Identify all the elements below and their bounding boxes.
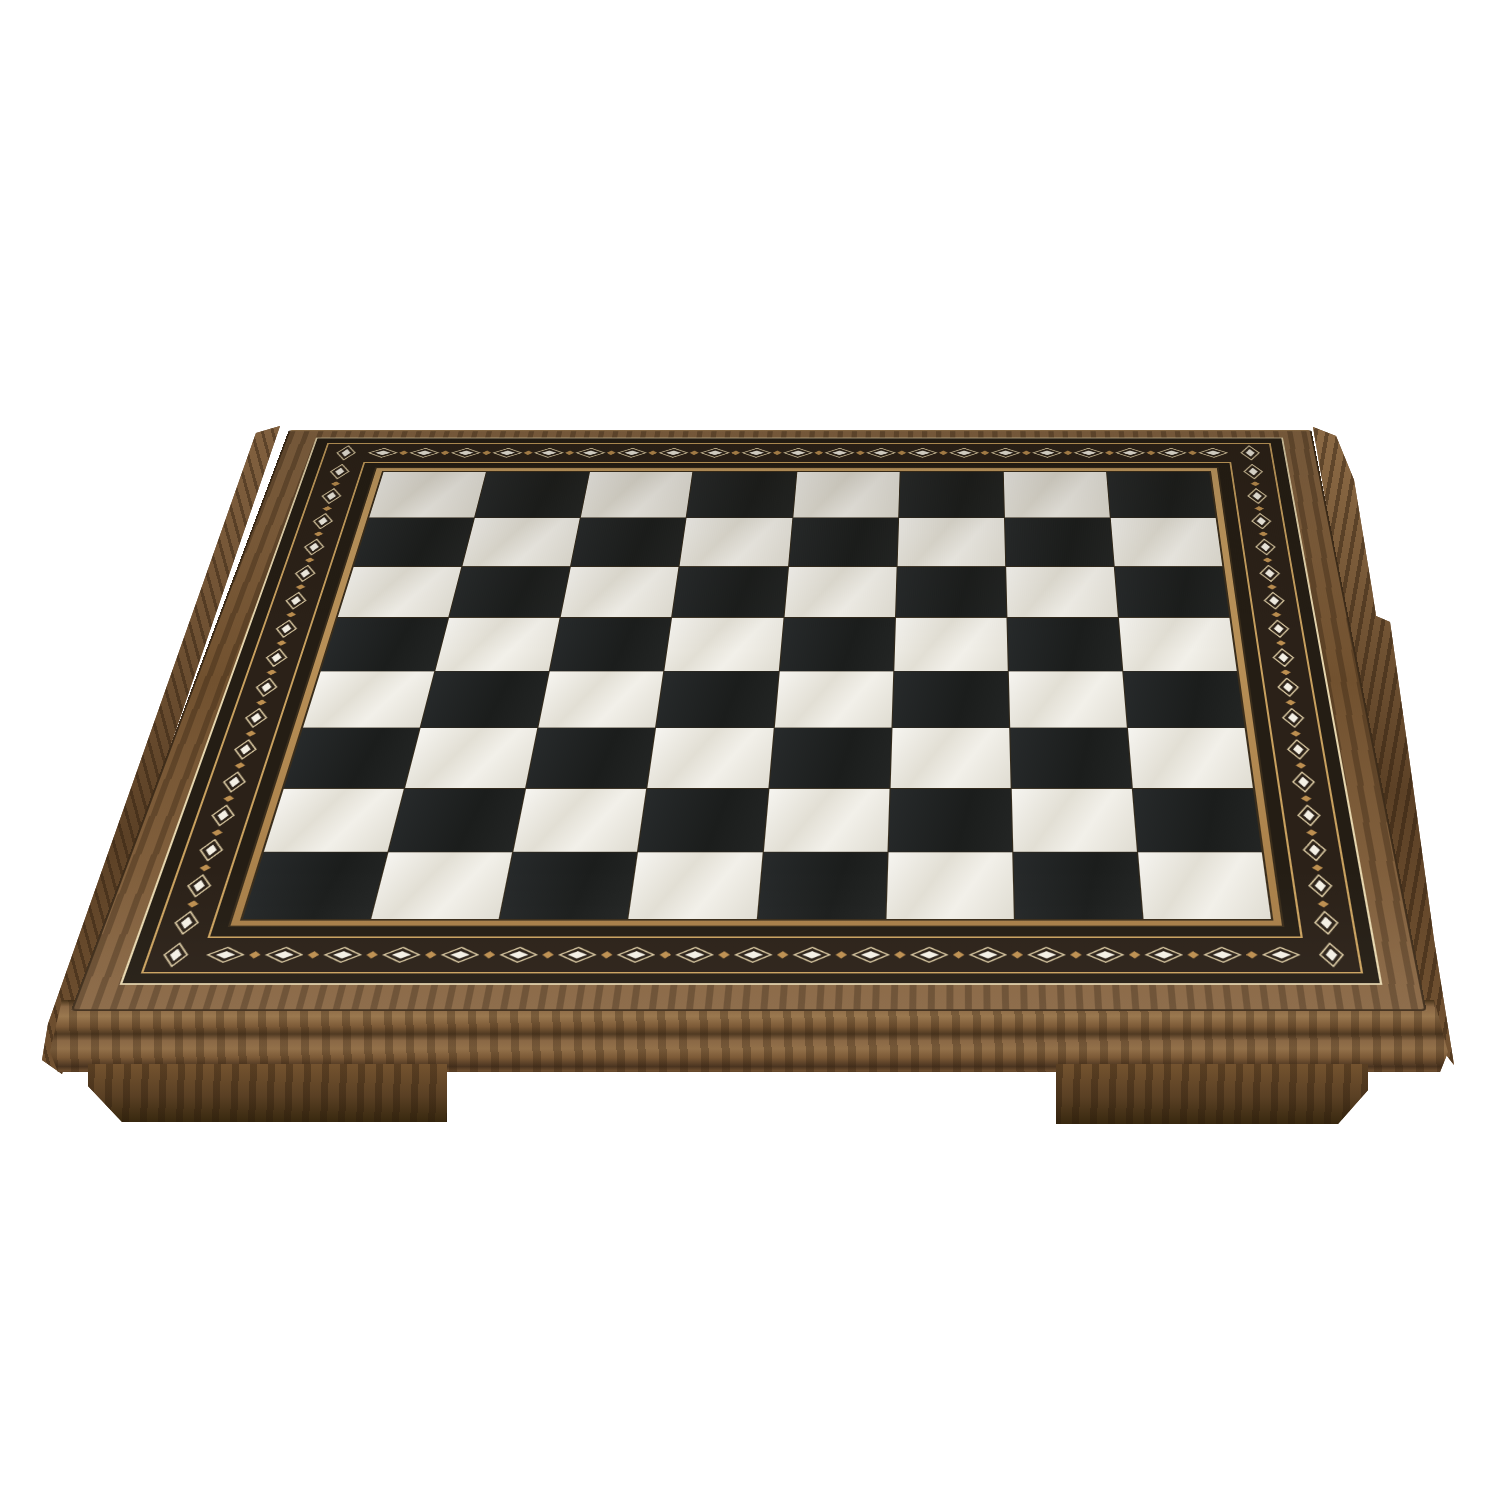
- inlay-spacer-diamond: [1246, 951, 1258, 958]
- inlay-spacer-diamond: [234, 762, 247, 768]
- square-e3: [769, 728, 891, 788]
- inlay-spacer-diamond: [199, 864, 212, 871]
- cream-pinstripe: [120, 438, 1383, 985]
- inlay-spacer-diamond: [440, 451, 450, 456]
- inlay-spacer-diamond: [1063, 451, 1072, 456]
- inlay-spacer-diamond: [307, 951, 320, 958]
- inlay-diamond-motif: [949, 448, 979, 458]
- inlay-diamond-motif: [262, 947, 305, 963]
- inlay-diamond-motif: [1267, 619, 1291, 638]
- inlay-spacer-diamond: [285, 612, 297, 617]
- square-a8: [369, 472, 486, 518]
- tan-field-frame: [231, 468, 1282, 925]
- square-c4: [539, 671, 664, 727]
- inlay-diamond-motif: [1261, 947, 1302, 963]
- inlay-diamond-motif: [1290, 771, 1317, 793]
- square-f2: [888, 788, 1012, 851]
- inlay-spacer-diamond: [424, 951, 437, 958]
- inlay-spacer-diamond: [1070, 951, 1082, 958]
- board-squares: [243, 472, 1271, 919]
- inlay-diamond-motif: [1115, 448, 1146, 458]
- square-h8: [1107, 472, 1216, 518]
- inlay-diamond-motif: [1197, 448, 1229, 458]
- square-b1: [371, 852, 512, 919]
- inlay-spacer-diamond: [211, 829, 224, 836]
- inlay-diamond-motif: [327, 464, 352, 480]
- inlay-spacer-diamond: [1188, 451, 1197, 456]
- square-c2: [514, 788, 647, 851]
- inlay-spacer-diamond: [1290, 730, 1301, 736]
- square-d2: [638, 788, 767, 851]
- square-h4: [1123, 671, 1244, 727]
- square-g8: [1004, 472, 1110, 518]
- square-g5: [1007, 618, 1122, 671]
- inlay-spacer-diamond: [835, 951, 847, 958]
- inlay-diamond-motif: [183, 874, 215, 898]
- square-g3: [1010, 728, 1132, 788]
- inlay-spacer-diamond: [1129, 951, 1141, 958]
- inlay-spacer-diamond: [1311, 864, 1323, 871]
- inlay-spacer-diamond: [222, 795, 235, 801]
- square-e7: [789, 518, 898, 566]
- inlay-spacer-diamond: [648, 451, 658, 456]
- inlay-spacer-diamond: [1022, 451, 1031, 456]
- dark-hairline-outer: [228, 467, 1285, 927]
- inlay-diamond-motif: [1027, 947, 1066, 963]
- inlay-diamond-motif: [533, 448, 565, 458]
- square-c1: [500, 852, 637, 919]
- inlay-diamond-motif: [1144, 947, 1184, 963]
- square-g1: [1013, 852, 1142, 919]
- inlay-diamond-motif: [990, 448, 1020, 458]
- inlay-diamond-motif: [574, 448, 606, 458]
- inlay-diamond-motif: [170, 911, 203, 935]
- inlay-diamond-motif: [1202, 947, 1242, 963]
- inlay-diamond-motif: [1262, 592, 1286, 610]
- inlay-spacer-diamond: [814, 451, 823, 456]
- inlay-spacer-diamond: [1011, 951, 1023, 958]
- square-f3: [890, 728, 1010, 788]
- inlay-diamond-motif: [282, 592, 309, 610]
- square-h3: [1128, 728, 1253, 788]
- inlay-diamond-motif: [1073, 448, 1104, 458]
- inlay-diamond-motif: [1156, 448, 1187, 458]
- inlay-spacer-diamond: [659, 951, 671, 958]
- square-f5: [894, 618, 1008, 671]
- square-b3: [405, 728, 537, 788]
- inlay-spacer-diamond: [1262, 558, 1272, 563]
- inlay-diamond-motif: [219, 771, 249, 793]
- inlay-diamond-motif: [741, 448, 772, 458]
- inlay-spacer-diamond: [248, 951, 262, 958]
- square-g7: [1005, 518, 1114, 566]
- inlay-spacer-diamond: [1254, 506, 1264, 511]
- square-f1: [886, 852, 1014, 919]
- inlay-diamond-motif: [491, 448, 524, 458]
- inlay-spacer-diamond: [276, 640, 288, 646]
- inlay-spacer-diamond: [980, 451, 989, 456]
- inlay-diamond-motif: [1239, 445, 1261, 460]
- inlay-spacer-diamond: [939, 451, 948, 456]
- square-d1: [629, 852, 763, 919]
- inlay-diamond-motif: [658, 448, 690, 458]
- square-e2: [763, 788, 889, 851]
- inlay-diamond-motif: [321, 947, 364, 963]
- inlay-diamond-motif: [1254, 538, 1277, 555]
- square-b7: [463, 518, 580, 566]
- inlay-diamond-motif: [1250, 513, 1273, 530]
- inlay-spacer-diamond: [953, 951, 964, 958]
- inlay-diamond-motif: [1306, 874, 1334, 898]
- inlay-diamond-motif: [1317, 942, 1346, 967]
- inlay-spacer-diamond: [606, 451, 616, 456]
- inlay-diamond-motif: [301, 538, 327, 555]
- inlay-spacer-diamond: [773, 451, 782, 456]
- inlay-diamond-motif: [1032, 448, 1063, 458]
- square-e6: [784, 567, 896, 618]
- square-h2: [1133, 788, 1262, 851]
- square-a7: [354, 518, 474, 566]
- inlay-spacer-diamond: [304, 558, 315, 563]
- square-h7: [1111, 518, 1223, 566]
- square-b6: [449, 567, 570, 618]
- inlay-spacer-diamond: [1146, 451, 1155, 456]
- square-a3: [284, 728, 420, 788]
- square-h5: [1119, 618, 1237, 671]
- inlay-diamond-motif: [699, 448, 731, 458]
- inlay-spacer-diamond: [1280, 669, 1291, 675]
- inlay-spacer-diamond: [1276, 640, 1287, 646]
- inlay-spacer-diamond: [1300, 795, 1312, 801]
- square-d6: [673, 567, 788, 618]
- inlay-diamond-motif: [252, 677, 281, 697]
- square-d7: [680, 518, 792, 566]
- inlay-spacer-diamond: [1295, 762, 1306, 768]
- scene: [0, 0, 1500, 1500]
- inlay-spacer-diamond: [1271, 612, 1282, 617]
- square-b4: [421, 671, 549, 727]
- inlay-strip-back: [364, 444, 1232, 462]
- inlay-diamond-motif: [334, 445, 359, 460]
- square-c7: [571, 518, 686, 566]
- inlay-spacer-diamond: [565, 451, 575, 456]
- inlay-corner-top-right: [1228, 444, 1272, 462]
- inlay-spacer-diamond: [322, 506, 333, 511]
- inlay-diamond-motif: [733, 947, 773, 963]
- inlay-diamond-motif: [907, 448, 937, 458]
- inlay-diamond-motif: [824, 448, 855, 458]
- square-a4: [303, 671, 434, 727]
- inlay-diamond-motif: [449, 448, 482, 458]
- inlay-diamond-motif: [557, 947, 598, 963]
- inlay-diamond-motif: [1285, 739, 1311, 760]
- inlay-diamond-motif: [866, 448, 897, 458]
- square-d4: [656, 671, 778, 727]
- inlay-strip-front: [196, 938, 1308, 972]
- inlay-diamond-motif: [969, 947, 1008, 963]
- square-e4: [774, 671, 893, 727]
- inlay-spacer-diamond: [366, 951, 379, 958]
- inlay-spacer-diamond: [245, 730, 257, 736]
- board-top-surface: [71, 430, 1427, 1010]
- inlay-spacer-diamond: [856, 451, 865, 456]
- square-e5: [779, 618, 894, 671]
- inlay-diamond-motif: [1246, 488, 1269, 504]
- inlay-spacer-diamond: [718, 951, 730, 958]
- inlay-spacer-diamond: [295, 584, 306, 589]
- inlay-spacer-diamond: [731, 451, 740, 456]
- square-a6: [338, 567, 462, 618]
- square-a5: [321, 618, 448, 671]
- inlay-spacer-diamond: [1317, 901, 1329, 908]
- square-c5: [550, 618, 671, 671]
- inlay-diamond-motif: [319, 488, 344, 504]
- square-a2: [264, 788, 404, 851]
- inlay-diamond-motif: [204, 947, 248, 963]
- inlay-spacer-diamond: [1267, 584, 1277, 589]
- inlay-diamond-motif: [310, 513, 336, 530]
- square-b5: [435, 618, 559, 671]
- inlay-diamond-motif: [782, 448, 813, 458]
- dark-hairline-inner: [240, 471, 1273, 920]
- inlay-spacer-diamond: [398, 451, 408, 456]
- inlay-diamond-motif: [616, 947, 657, 963]
- inlay-corner-bottom-right: [1303, 938, 1361, 972]
- inlay-diamond-motif: [851, 947, 890, 963]
- square-b2: [389, 788, 526, 851]
- square-e1: [757, 852, 887, 919]
- inlay-spacer-diamond: [483, 951, 496, 958]
- inlay-spacer-diamond: [313, 531, 324, 536]
- inlay-diamond-motif: [1301, 839, 1329, 862]
- gold-pinstripe-inner: [207, 462, 1302, 938]
- outer-black-stripe: [122, 438, 1379, 983]
- inlay-diamond-motif: [272, 619, 300, 638]
- inlay-spacer-diamond: [600, 951, 612, 958]
- square-d3: [648, 728, 773, 788]
- inlay-spacer-diamond: [1105, 451, 1114, 456]
- inlay-corner-bottom-left: [144, 938, 208, 972]
- inlay-spacer-diamond: [255, 700, 267, 706]
- inlay-diamond-motif: [408, 448, 441, 458]
- inlay-spacer-diamond: [542, 951, 555, 958]
- inlay-diamond-motif: [674, 947, 714, 963]
- inlay-diamond-motif: [498, 947, 540, 963]
- inlay-diamond-motif: [262, 648, 290, 667]
- inlay-spacer-diamond: [330, 481, 341, 486]
- inlay-diamond-motif: [1242, 464, 1264, 480]
- inlay-diamond-motif: [207, 804, 238, 826]
- square-a1: [243, 852, 388, 919]
- square-f6: [896, 567, 1007, 618]
- inlay-spacer-diamond: [1250, 481, 1260, 486]
- square-g4: [1009, 671, 1127, 727]
- inlay-spacer-diamond: [523, 451, 533, 456]
- wood-border: [71, 430, 1427, 1010]
- inlay-diamond-motif: [292, 565, 319, 583]
- square-f4: [892, 671, 1009, 727]
- inlay-diamond-motif: [1280, 708, 1306, 728]
- inlay-diamond-motif: [230, 739, 260, 760]
- square-c8: [581, 472, 693, 518]
- inlay-spacer-diamond: [897, 451, 906, 456]
- inlay-diamond-motif: [241, 708, 270, 728]
- inlay-diamond-band: [144, 444, 1361, 972]
- inlay-diamond-motif: [1271, 648, 1296, 667]
- inlay-spacer-diamond: [482, 451, 492, 456]
- inner-black-stripe: [210, 463, 1300, 937]
- square-c3: [526, 728, 655, 788]
- inlay-diamond-motif: [380, 947, 423, 963]
- gold-pinstripe-outer: [141, 443, 1363, 974]
- square-b8: [475, 472, 589, 518]
- square-g2: [1011, 788, 1136, 851]
- inlay-diamond-motif: [910, 947, 949, 963]
- inlay-spacer-diamond: [777, 951, 789, 958]
- inlay-diamond-motif: [1295, 804, 1322, 826]
- inlay-spacer-diamond: [1258, 531, 1268, 536]
- inlay-diamond-motif: [1258, 565, 1282, 583]
- square-f8: [899, 472, 1004, 518]
- inlay-diamond-motif: [1276, 677, 1301, 697]
- inlay-diamond-motif: [195, 839, 227, 862]
- inlay-diamond-motif: [439, 947, 481, 963]
- inlay-spacer-diamond: [894, 951, 906, 958]
- inlay-spacer-diamond: [186, 901, 200, 908]
- square-h1: [1138, 852, 1271, 919]
- inlay-diamond-motif: [792, 947, 832, 963]
- square-e8: [793, 472, 899, 518]
- inlay-spacer-diamond: [1285, 700, 1296, 706]
- inlay-spacer-diamond: [266, 669, 278, 675]
- square-c6: [561, 567, 679, 618]
- inlay-diamond-motif: [366, 448, 399, 458]
- inlay-spacer-diamond: [1306, 829, 1318, 836]
- inlay-diamond-motif: [1085, 947, 1125, 963]
- square-f7: [897, 518, 1005, 566]
- inlay-spacer-diamond: [689, 451, 699, 456]
- inlay-corner-top-left: [322, 444, 369, 462]
- square-g6: [1006, 567, 1118, 618]
- inlay-diamond-motif: [159, 942, 193, 967]
- inlay-diamond-motif: [1312, 911, 1341, 935]
- square-d5: [665, 618, 783, 671]
- inlay-spacer-diamond: [1187, 951, 1199, 958]
- square-h6: [1115, 567, 1230, 618]
- square-d8: [687, 472, 796, 518]
- inlay-diamond-motif: [616, 448, 648, 458]
